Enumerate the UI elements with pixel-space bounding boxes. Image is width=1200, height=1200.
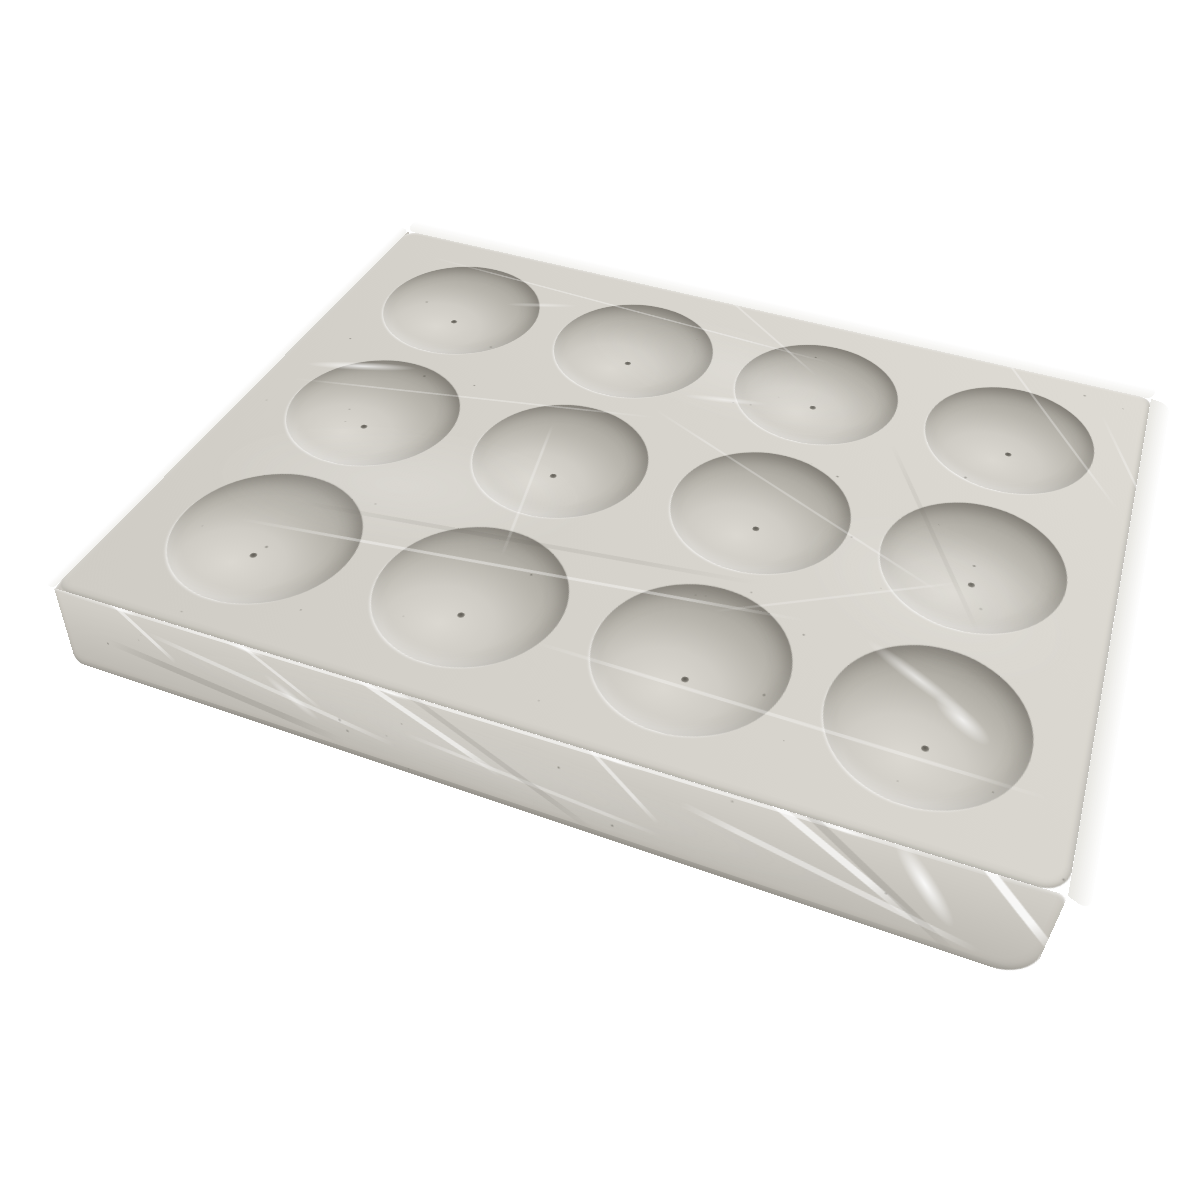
speckle-dot bbox=[473, 385, 476, 387]
speckle-dot bbox=[138, 639, 140, 641]
speckle-dot bbox=[338, 718, 342, 722]
wrap-glint bbox=[262, 671, 320, 724]
pit-center-hole bbox=[751, 526, 759, 532]
pit-center-hole bbox=[967, 581, 975, 587]
speckle-dot bbox=[140, 634, 142, 636]
speckle-dot bbox=[538, 699, 541, 701]
photo-stage bbox=[0, 0, 1200, 1200]
pit-center-hole bbox=[359, 424, 368, 429]
speckle-dot bbox=[749, 591, 753, 594]
pit-center-hole bbox=[920, 744, 929, 752]
speckle-dot bbox=[557, 766, 560, 770]
speckle-dot bbox=[180, 610, 183, 612]
pit-r2c3[interactable] bbox=[644, 436, 870, 594]
speckle-dot bbox=[732, 402, 734, 403]
speckle-dot bbox=[265, 399, 268, 401]
speckle-dot bbox=[349, 338, 352, 340]
speckle-dot bbox=[407, 768, 409, 770]
speckle-dot bbox=[400, 723, 402, 726]
speckle-dot bbox=[802, 633, 806, 636]
speckle-dot bbox=[1083, 395, 1087, 398]
pit-center-hole bbox=[450, 319, 458, 323]
pit-center-hole bbox=[1004, 452, 1011, 457]
pit-center-hole bbox=[809, 405, 816, 410]
speckle-dot bbox=[731, 800, 735, 804]
pit-center-hole bbox=[456, 611, 466, 618]
speckle-dot bbox=[299, 609, 303, 611]
speckle-dot bbox=[107, 642, 110, 645]
pit-r3c4[interactable] bbox=[798, 623, 1048, 836]
pit-center-hole bbox=[680, 675, 689, 682]
pit-r2c4[interactable] bbox=[860, 485, 1079, 655]
speckle-dot bbox=[783, 740, 785, 742]
pit-r1c3[interactable] bbox=[713, 331, 913, 461]
pit-center-hole bbox=[549, 473, 557, 478]
speckle-dot bbox=[836, 475, 840, 478]
pit-r2c2[interactable] bbox=[441, 389, 672, 536]
speckle-dot bbox=[374, 503, 378, 505]
speckle-dot bbox=[610, 824, 613, 827]
pit-center-hole bbox=[248, 552, 258, 558]
pit-r3c3[interactable] bbox=[558, 564, 816, 761]
pit-r1c4[interactable] bbox=[909, 373, 1104, 512]
speckle-dot bbox=[884, 892, 887, 895]
speckle-dot bbox=[1061, 877, 1066, 881]
speckle-dot bbox=[1122, 408, 1124, 410]
speckle-dot bbox=[850, 536, 853, 538]
pit-r2c1[interactable] bbox=[252, 346, 488, 483]
speckle-dot bbox=[879, 587, 882, 589]
pit-r3c1[interactable] bbox=[127, 456, 397, 624]
pit-r3c2[interactable] bbox=[334, 508, 599, 689]
speckle-dot bbox=[385, 734, 388, 737]
pit-r1c1[interactable] bbox=[354, 254, 563, 368]
pit-r1c2[interactable] bbox=[528, 292, 733, 413]
pit-center-hole bbox=[624, 361, 631, 365]
speckle-dot bbox=[346, 729, 349, 733]
